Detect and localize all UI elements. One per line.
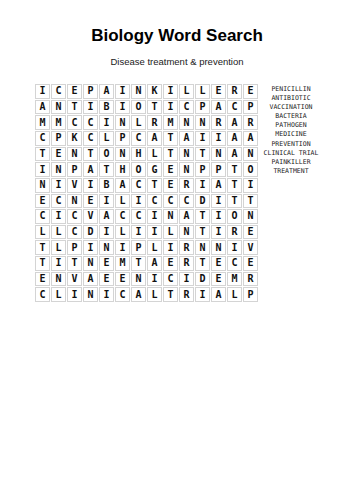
grid-cell-r4c7[interactable]: C [131,131,146,146]
grid-cell-r12c14[interactable]: E [243,256,258,271]
word-list-item-10: TREATMENT [253,167,329,176]
grid-cell-r3c1[interactable]: M [35,115,50,130]
grid-cell-r12c1[interactable]: T [35,256,50,271]
grid-cell-r8c3[interactable]: N [67,194,82,209]
grid-cell-r13c11[interactable]: D [195,272,210,287]
grid-cell-r6c13[interactable]: T [227,162,242,177]
grid-cell-r1c11[interactable]: L [195,84,210,99]
grid-cell-r6c8[interactable]: G [147,162,162,177]
grid-cell-r4c6[interactable]: P [115,131,130,146]
grid-cell-r10c2[interactable]: L [51,225,66,240]
word-list-item-1: PENICILLIN [253,85,329,94]
grid-cell-r4c12[interactable]: I [211,131,226,146]
grid-cell-r14c12[interactable]: A [211,287,226,302]
grid-cell-r4c4[interactable]: C [83,131,98,146]
grid-cell-r3c12[interactable]: R [211,115,226,130]
grid-cell-r7c2[interactable]: I [51,178,66,193]
grid-cell-r11c13[interactable]: I [227,240,242,255]
grid-cell-r5c10[interactable]: N [179,147,194,162]
grid-cell-r3c5[interactable]: I [99,115,114,130]
grid-cell-r6c12[interactable]: P [211,162,226,177]
grid-cell-r4c11[interactable]: I [195,131,210,146]
grid-cell-r14c11[interactable]: I [195,287,210,302]
grid-cell-r2c11[interactable]: P [195,100,210,115]
word-list-item-4: BACTERIA [253,112,329,121]
grid-cell-r12c2[interactable]: I [51,256,66,271]
grid-cell-r14c10[interactable]: R [179,287,194,302]
grid-cell-r5c3[interactable]: N [67,147,82,162]
grid-cell-r10c5[interactable]: I [99,225,114,240]
grid-cell-r3c13[interactable]: A [227,115,242,130]
word-search-grid: ICEPAINKILLEREANTIBIOTICPACPMMCCINLRMNNR… [35,84,258,302]
grid-cell-r9c1[interactable]: C [35,209,50,224]
grid-cell-r6c5[interactable]: T [99,162,114,177]
grid-cell-r12c12[interactable]: E [211,256,226,271]
grid-cell-r14c1[interactable]: C [35,287,50,302]
grid-cell-r10c6[interactable]: L [115,225,130,240]
grid-cell-r13c4[interactable]: A [83,272,98,287]
grid-cell-r8c2[interactable]: C [51,194,66,209]
word-list-item-9: PAINKILLER [253,158,329,167]
grid-cell-r3c4[interactable]: C [83,115,98,130]
grid-cell-r9c14[interactable]: N [243,209,258,224]
grid-cell-r3c9[interactable]: M [163,115,178,130]
word-list-item-3: VACCINATION [253,103,329,112]
grid-cell-r5c7[interactable]: H [131,147,146,162]
grid-cell-r14c3[interactable]: I [67,287,82,302]
grid-cell-r9c4[interactable]: V [83,209,98,224]
grid-cell-r2c4[interactable]: I [83,100,98,115]
grid-cell-r13c5[interactable]: E [99,272,114,287]
grid-cell-r12c7[interactable]: T [131,256,146,271]
grid-cell-r13c14[interactable]: R [243,272,258,287]
grid-cell-r7c8[interactable]: T [147,178,162,193]
grid-cell-r2c2[interactable]: N [51,100,66,115]
grid-cell-r2c10[interactable]: C [179,100,194,115]
grid-cell-r2c12[interactable]: A [211,100,226,115]
grid-cell-r2c6[interactable]: I [115,100,130,115]
grid-cell-r2c13[interactable]: C [227,100,242,115]
grid-cell-r8c6[interactable]: L [115,194,130,209]
grid-cell-r12c9[interactable]: E [163,256,178,271]
grid-cell-r5c2[interactable]: E [51,147,66,162]
grid-cell-r7c11[interactable]: I [195,178,210,193]
grid-cell-r5c13[interactable]: A [227,147,242,162]
grid-cell-r10c7[interactable]: I [131,225,146,240]
grid-cell-r7c7[interactable]: C [131,178,146,193]
grid-cell-r11c8[interactable]: L [147,240,162,255]
grid-cell-r5c9[interactable]: T [163,147,178,162]
word-list-item-2: ANTIBIOTIC [253,94,329,103]
grid-cell-r9c2[interactable]: I [51,209,66,224]
grid-cell-r5c1[interactable]: T [35,147,50,162]
page-subtitle: Disease treatment & prevention [0,56,354,67]
grid-cell-r8c9[interactable]: C [163,194,178,209]
grid-cell-r7c9[interactable]: E [163,178,178,193]
grid-cell-r1c8[interactable]: K [147,84,162,99]
grid-cell-r12c8[interactable]: A [147,256,162,271]
grid-cell-r11c4[interactable]: I [83,240,98,255]
grid-cell-r13c2[interactable]: N [51,272,66,287]
grid-cell-r12c13[interactable]: C [227,256,242,271]
grid-cell-r7c14[interactable]: I [243,178,258,193]
grid-cell-r12c10[interactable]: R [179,256,194,271]
grid-cell-r5c4[interactable]: T [83,147,98,162]
grid-cell-r9c7[interactable]: C [131,209,146,224]
word-list-item-7: PREVENTION [253,140,329,149]
grid-cell-r14c2[interactable]: L [51,287,66,302]
grid-cell-r2c7[interactable]: O [131,100,146,115]
grid-cell-r7c5[interactable]: B [99,178,114,193]
grid-cell-r3c10[interactable]: N [179,115,194,130]
word-list-item-8: CLINICAL TRIAL [253,149,329,158]
grid-cell-r13c3[interactable]: V [67,272,82,287]
grid-cell-r8c7[interactable]: I [131,194,146,209]
grid-cell-r13c8[interactable]: I [147,272,162,287]
grid-cell-r9c5[interactable]: A [99,209,114,224]
grid-cell-r12c5[interactable]: E [99,256,114,271]
grid-cell-r7c1[interactable]: N [35,178,50,193]
grid-cell-r1c10[interactable]: L [179,84,194,99]
grid-cell-r6c10[interactable]: N [179,162,194,177]
grid-cell-r10c3[interactable]: C [67,225,82,240]
grid-cell-r4c3[interactable]: K [67,131,82,146]
grid-cell-r5c5[interactable]: O [99,147,114,162]
grid-cell-r14c13[interactable]: L [227,287,242,302]
grid-cell-r10c14[interactable]: E [243,225,258,240]
grid-cell-r4c9[interactable]: T [163,131,178,146]
grid-cell-r14c7[interactable]: A [131,287,146,302]
grid-cell-r9c13[interactable]: O [227,209,242,224]
grid-cell-r5c11[interactable]: T [195,147,210,162]
grid-cell-r13c10[interactable]: I [179,272,194,287]
grid-cell-r14c14[interactable]: P [243,287,258,302]
grid-cell-r13c6[interactable]: E [115,272,130,287]
grid-cell-r1c13[interactable]: R [227,84,242,99]
word-list-item-5: PATHOGEN [253,121,329,130]
grid-cell-r13c9[interactable]: C [163,272,178,287]
grid-cell-r8c8[interactable]: C [147,194,162,209]
grid-cell-r5c12[interactable]: N [211,147,226,162]
grid-cell-r10c13[interactable]: R [227,225,242,240]
grid-cell-r8c13[interactable]: T [227,194,242,209]
page-title: Biology Word Search [0,26,354,46]
grid-cell-r9c11[interactable]: T [195,209,210,224]
word-list: PENICILLINANTIBIOTICVACCINATIONBACTERIAP… [253,85,329,176]
grid-cell-r6c6[interactable]: H [115,162,130,177]
grid-cell-r1c7[interactable]: N [131,84,146,99]
grid-cell-r9c12[interactable]: I [211,209,226,224]
grid-cell-r13c13[interactable]: M [227,272,242,287]
grid-cell-r1c2[interactable]: C [51,84,66,99]
grid-cell-r11c5[interactable]: N [99,240,114,255]
grid-cell-r7c13[interactable]: T [227,178,242,193]
grid-cell-r11c3[interactable]: P [67,240,82,255]
grid-cell-r1c5[interactable]: A [99,84,114,99]
grid-cell-r14c6[interactable]: C [115,287,130,302]
grid-cell-r11c10[interactable]: R [179,240,194,255]
grid-cell-r10c1[interactable]: L [35,225,50,240]
grid-cell-r8c11[interactable]: D [195,194,210,209]
grid-cell-r5c6[interactable]: N [115,147,130,162]
grid-cell-r12c3[interactable]: T [67,256,82,271]
grid-cell-r7c4[interactable]: I [83,178,98,193]
grid-cell-r13c12[interactable]: E [211,272,226,287]
grid-cell-r12c6[interactable]: M [115,256,130,271]
worksheet-page: Biology Word Search Disease treatment & … [0,0,354,500]
grid-cell-r11c9[interactable]: I [163,240,178,255]
grid-cell-r13c7[interactable]: N [131,272,146,287]
grid-cell-r4c2[interactable]: P [51,131,66,146]
grid-cell-r4c1[interactable]: C [35,131,50,146]
grid-cell-r1c6[interactable]: I [115,84,130,99]
grid-cell-r8c12[interactable]: I [211,194,226,209]
grid-cell-r3c2[interactable]: M [51,115,66,130]
grid-cell-r10c9[interactable]: L [163,225,178,240]
grid-cell-r7c3[interactable]: V [67,178,82,193]
grid-cell-r7c10[interactable]: R [179,178,194,193]
grid-cell-r6c2[interactable]: N [51,162,66,177]
grid-cell-r4c10[interactable]: A [179,131,194,146]
grid-cell-r2c1[interactable]: A [35,100,50,115]
grid-cell-r8c5[interactable]: I [99,194,114,209]
grid-cell-r1c3[interactable]: E [67,84,82,99]
grid-cell-r7c6[interactable]: A [115,178,130,193]
grid-cell-r10c8[interactable]: I [147,225,162,240]
grid-cell-r14c4[interactable]: N [83,287,98,302]
grid-cell-r8c4[interactable]: E [83,194,98,209]
grid-cell-r11c7[interactable]: P [131,240,146,255]
grid-cell-r13c1[interactable]: E [35,272,50,287]
grid-cell-r6c1[interactable]: I [35,162,50,177]
grid-cell-r4c5[interactable]: L [99,131,114,146]
grid-cell-r11c1[interactable]: T [35,240,50,255]
grid-cell-r11c6[interactable]: I [115,240,130,255]
grid-cell-r3c11[interactable]: N [195,115,210,130]
grid-cell-r14c5[interactable]: I [99,287,114,302]
grid-cell-r9c8[interactable]: I [147,209,162,224]
grid-cell-r10c4[interactable]: D [83,225,98,240]
grid-cell-r8c14[interactable]: T [243,194,258,209]
grid-cell-r1c1[interactable]: I [35,84,50,99]
grid-cell-r4c13[interactable]: A [227,131,242,146]
grid-cell-r11c14[interactable]: V [243,240,258,255]
grid-cell-r3c3[interactable]: C [67,115,82,130]
grid-cell-r9c9[interactable]: N [163,209,178,224]
grid-cell-r6c4[interactable]: A [83,162,98,177]
grid-cell-r14c9[interactable]: T [163,287,178,302]
grid-cell-r12c11[interactable]: T [195,256,210,271]
grid-cell-r3c6[interactable]: N [115,115,130,130]
grid-cell-r9c3[interactable]: C [67,209,82,224]
grid-cell-r11c2[interactable]: L [51,240,66,255]
grid-cell-r2c3[interactable]: T [67,100,82,115]
grid-cell-r14c8[interactable]: L [147,287,162,302]
grid-cell-r9c10[interactable]: A [179,209,194,224]
grid-cell-r11c11[interactable]: N [195,240,210,255]
grid-cell-r6c7[interactable]: O [131,162,146,177]
grid-cell-r2c5[interactable]: B [99,100,114,115]
grid-cell-r8c10[interactable]: C [179,194,194,209]
grid-cell-r11c12[interactable]: N [211,240,226,255]
grid-cell-r3c8[interactable]: R [147,115,162,130]
grid-cell-r10c12[interactable]: I [211,225,226,240]
grid-cell-r10c10[interactable]: N [179,225,194,240]
grid-cell-r1c12[interactable]: E [211,84,226,99]
grid-cell-r1c4[interactable]: P [83,84,98,99]
grid-cell-r10c11[interactable]: T [195,225,210,240]
grid-cell-r6c11[interactable]: P [195,162,210,177]
grid-cell-r2c8[interactable]: T [147,100,162,115]
grid-cell-r12c4[interactable]: N [83,256,98,271]
word-list-item-6: MEDICINE [253,130,329,139]
grid-cell-r7c12[interactable]: A [211,178,226,193]
grid-cell-r1c9[interactable]: I [163,84,178,99]
grid-cell-r8c1[interactable]: E [35,194,50,209]
grid-cell-r3c7[interactable]: L [131,115,146,130]
grid-cell-r2c9[interactable]: I [163,100,178,115]
grid-cell-r9c6[interactable]: C [115,209,130,224]
grid-cell-r6c3[interactable]: P [67,162,82,177]
grid-cell-r4c8[interactable]: A [147,131,162,146]
grid-cell-r6c9[interactable]: E [163,162,178,177]
grid-cell-r5c8[interactable]: L [147,147,162,162]
